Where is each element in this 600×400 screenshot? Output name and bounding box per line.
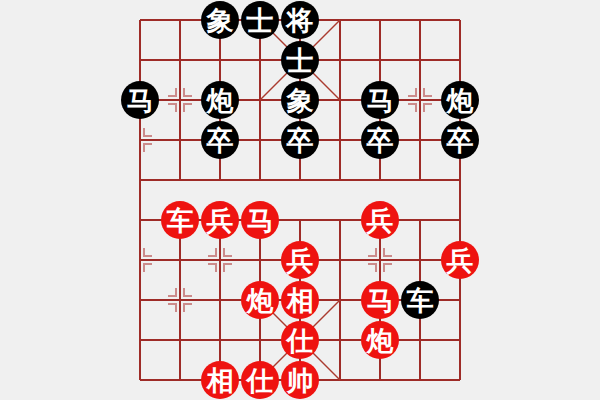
piece-red-horse[interactable]: 马: [241, 201, 279, 239]
piece-red-advisor[interactable]: 仕: [241, 361, 279, 399]
piece-black-cannon[interactable]: 炮: [441, 81, 479, 119]
piece-black-soldier[interactable]: 卒: [281, 121, 319, 159]
piece-black-elephant[interactable]: 象: [281, 81, 319, 119]
piece-black-general[interactable]: 将: [281, 1, 319, 39]
piece-red-advisor[interactable]: 仕: [281, 321, 319, 359]
piece-black-soldier[interactable]: 卒: [441, 121, 479, 159]
piece-red-chariot[interactable]: 车: [161, 201, 199, 239]
piece-red-horse[interactable]: 马: [361, 281, 399, 319]
xiangqi-board: 象士将士马炮象马炮卒卒卒卒车车兵马兵兵兵炮相马仕炮相仕帅: [0, 0, 600, 400]
piece-black-horse[interactable]: 马: [361, 81, 399, 119]
piece-black-cannon[interactable]: 炮: [201, 81, 239, 119]
piece-red-cannon[interactable]: 炮: [361, 321, 399, 359]
piece-red-elephant[interactable]: 相: [281, 281, 319, 319]
piece-red-elephant[interactable]: 相: [201, 361, 239, 399]
piece-black-soldier[interactable]: 卒: [201, 121, 239, 159]
piece-red-soldier[interactable]: 兵: [361, 201, 399, 239]
piece-black-advisor[interactable]: 士: [281, 41, 319, 79]
piece-red-cannon[interactable]: 炮: [241, 281, 279, 319]
piece-black-advisor[interactable]: 士: [241, 1, 279, 39]
piece-black-horse[interactable]: 马: [121, 81, 159, 119]
pieces-layer: 象士将士马炮象马炮卒卒卒卒车车兵马兵兵兵炮相马仕炮相仕帅: [120, 0, 480, 400]
piece-black-elephant[interactable]: 象: [201, 1, 239, 39]
piece-red-soldier[interactable]: 兵: [201, 201, 239, 239]
piece-red-soldier[interactable]: 兵: [281, 241, 319, 279]
piece-black-chariot[interactable]: 车: [401, 281, 439, 319]
piece-red-soldier[interactable]: 兵: [441, 241, 479, 279]
piece-red-general[interactable]: 帅: [281, 361, 319, 399]
piece-black-soldier[interactable]: 卒: [361, 121, 399, 159]
